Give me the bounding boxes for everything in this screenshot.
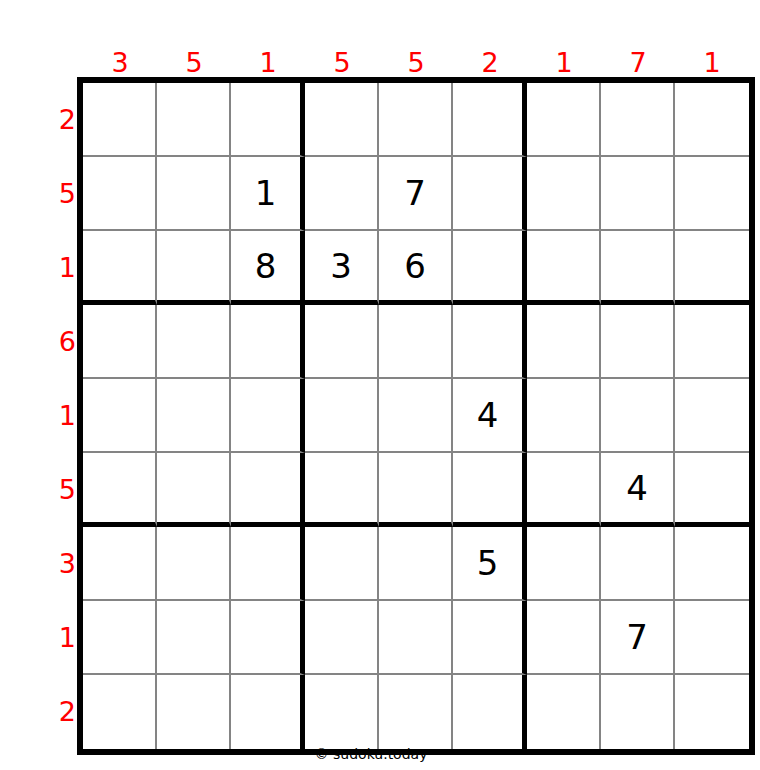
left-clue-row5: 1	[40, 379, 76, 453]
left-clue-row8: 1	[40, 601, 76, 675]
cell-r8c8[interactable]: 7	[601, 601, 675, 675]
cell-r8c9[interactable]	[675, 601, 749, 675]
cell-r5c5[interactable]	[379, 379, 453, 453]
footer-credit: © sudoku.today	[271, 746, 471, 762]
cell-r6c8[interactable]: 4	[601, 453, 675, 527]
cell-r7c3[interactable]	[231, 527, 305, 601]
cell-r5c2[interactable]	[157, 379, 231, 453]
cell-r3c2[interactable]	[157, 231, 231, 305]
cell-r6c1[interactable]	[83, 453, 157, 527]
cell-r9c9[interactable]	[675, 675, 749, 749]
cell-r9c8[interactable]	[601, 675, 675, 749]
cell-r7c9[interactable]	[675, 527, 749, 601]
cell-r6c3[interactable]	[231, 453, 305, 527]
cell-r2c7[interactable]	[527, 157, 601, 231]
cell-r9c7[interactable]	[527, 675, 601, 749]
cell-r1c2[interactable]	[157, 83, 231, 157]
cell-r6c7[interactable]	[527, 453, 601, 527]
top-clue-col1: 3	[83, 48, 157, 78]
cell-r4c1[interactable]	[83, 305, 157, 379]
cell-r9c3[interactable]	[231, 675, 305, 749]
cell-r3c4[interactable]: 3	[305, 231, 379, 305]
cell-r4c6[interactable]	[453, 305, 527, 379]
cell-r4c3[interactable]	[231, 305, 305, 379]
cell-r5c3[interactable]	[231, 379, 305, 453]
left-clue-row4: 6	[40, 305, 76, 379]
cell-r2c9[interactable]	[675, 157, 749, 231]
given-digit: 5	[477, 543, 499, 583]
top-clue-col9: 1	[675, 48, 749, 78]
sudoku-page: 351552171 251615312 178364457 © sudoku.t…	[0, 0, 760, 770]
cell-r6c9[interactable]	[675, 453, 749, 527]
cell-r5c6[interactable]: 4	[453, 379, 527, 453]
left-clue-row6: 5	[40, 453, 76, 527]
cell-r7c8[interactable]	[601, 527, 675, 601]
top-clue-row: 351552171	[83, 48, 749, 78]
cell-r5c7[interactable]	[527, 379, 601, 453]
cell-r6c2[interactable]	[157, 453, 231, 527]
cell-r3c3[interactable]: 8	[231, 231, 305, 305]
cell-r1c9[interactable]	[675, 83, 749, 157]
top-clue-col4: 5	[305, 48, 379, 78]
board: 178364457	[77, 77, 755, 755]
given-digit: 6	[404, 246, 426, 286]
cell-r1c8[interactable]	[601, 83, 675, 157]
cell-r8c3[interactable]	[231, 601, 305, 675]
left-clue-column: 251615312	[40, 83, 76, 749]
cell-r2c1[interactable]	[83, 157, 157, 231]
cell-r7c4[interactable]	[305, 527, 379, 601]
given-digit: 4	[626, 468, 648, 508]
given-digit: 7	[626, 617, 648, 657]
cell-r7c2[interactable]	[157, 527, 231, 601]
left-clue-row1: 2	[40, 83, 76, 157]
cell-r5c9[interactable]	[675, 379, 749, 453]
cell-r1c7[interactable]	[527, 83, 601, 157]
top-clue-col3: 1	[231, 48, 305, 78]
cell-r1c4[interactable]	[305, 83, 379, 157]
cell-r1c3[interactable]	[231, 83, 305, 157]
top-clue-col7: 1	[527, 48, 601, 78]
left-clue-row9: 2	[40, 675, 76, 749]
given-digit: 8	[255, 246, 277, 286]
cell-r9c6[interactable]	[453, 675, 527, 749]
given-digit: 1	[255, 173, 277, 213]
cell-r3c1[interactable]	[83, 231, 157, 305]
cell-r8c4[interactable]	[305, 601, 379, 675]
cell-r3c9[interactable]	[675, 231, 749, 305]
cell-r9c2[interactable]	[157, 675, 231, 749]
cell-r2c4[interactable]	[305, 157, 379, 231]
cell-r8c5[interactable]	[379, 601, 453, 675]
left-clue-row7: 3	[40, 527, 76, 601]
cell-r1c5[interactable]	[379, 83, 453, 157]
cell-r4c2[interactable]	[157, 305, 231, 379]
cell-r3c6[interactable]	[453, 231, 527, 305]
cell-r9c1[interactable]	[83, 675, 157, 749]
cell-r6c4[interactable]	[305, 453, 379, 527]
cell-r2c2[interactable]	[157, 157, 231, 231]
cell-r2c6[interactable]	[453, 157, 527, 231]
top-clue-col2: 5	[157, 48, 231, 78]
left-clue-row3: 1	[40, 231, 76, 305]
cell-r8c7[interactable]	[527, 601, 601, 675]
cell-r8c1[interactable]	[83, 601, 157, 675]
cell-r1c6[interactable]	[453, 83, 527, 157]
cell-r2c3[interactable]: 1	[231, 157, 305, 231]
cell-r3c8[interactable]	[601, 231, 675, 305]
cell-r2c5[interactable]: 7	[379, 157, 453, 231]
cell-r9c4[interactable]	[305, 675, 379, 749]
given-digit: 3	[330, 246, 352, 286]
top-clue-col6: 2	[453, 48, 527, 78]
cell-r5c4[interactable]	[305, 379, 379, 453]
cell-r5c1[interactable]	[83, 379, 157, 453]
cell-r7c7[interactable]	[527, 527, 601, 601]
cell-r4c8[interactable]	[601, 305, 675, 379]
cell-r9c5[interactable]	[379, 675, 453, 749]
cell-r5c8[interactable]	[601, 379, 675, 453]
given-digit: 4	[477, 395, 499, 435]
cell-r6c5[interactable]	[379, 453, 453, 527]
cell-r1c1[interactable]	[83, 83, 157, 157]
cell-r4c5[interactable]	[379, 305, 453, 379]
cell-r7c6[interactable]: 5	[453, 527, 527, 601]
given-digit: 7	[404, 173, 426, 213]
left-clue-row2: 5	[40, 157, 76, 231]
cell-r8c6[interactable]	[453, 601, 527, 675]
cell-r4c4[interactable]	[305, 305, 379, 379]
top-clue-col5: 5	[379, 48, 453, 78]
cell-r4c7[interactable]	[527, 305, 601, 379]
cell-r7c5[interactable]	[379, 527, 453, 601]
cell-r3c5[interactable]: 6	[379, 231, 453, 305]
cell-r2c8[interactable]	[601, 157, 675, 231]
cell-r4c9[interactable]	[675, 305, 749, 379]
cell-r8c2[interactable]	[157, 601, 231, 675]
cell-r7c1[interactable]	[83, 527, 157, 601]
cell-r6c6[interactable]	[453, 453, 527, 527]
top-clue-col8: 7	[601, 48, 675, 78]
cell-r3c7[interactable]	[527, 231, 601, 305]
